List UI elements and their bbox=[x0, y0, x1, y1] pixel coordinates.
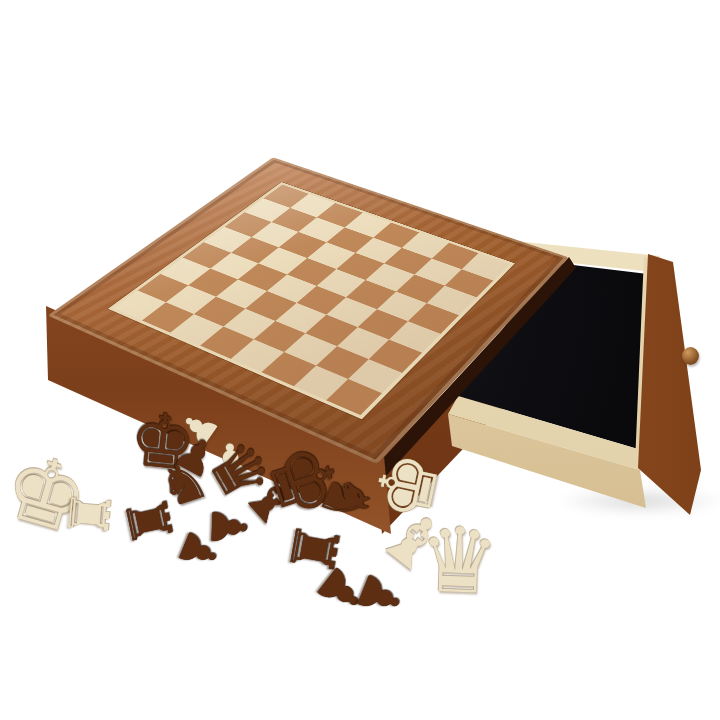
pieces-layer: ♚♜♟♟♚♟♛♞♜♝♚♞♜♟♟♟♟♚♝♛ bbox=[0, 0, 720, 720]
scattered-piece-white-rook: ♜ bbox=[59, 488, 117, 541]
scattered-piece-dark-rook: ♜ bbox=[115, 491, 180, 552]
scattered-piece-white-queen: ♛ bbox=[417, 515, 501, 608]
product-photo: ♚♜♟♟♚♟♛♞♜♝♚♞♜♟♟♟♟♚♝♛ bbox=[0, 0, 720, 720]
